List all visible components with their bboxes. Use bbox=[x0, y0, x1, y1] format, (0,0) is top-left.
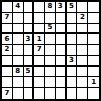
cell-r7c4-empty[interactable] bbox=[34, 67, 45, 78]
cell-r1c5-given: 8 bbox=[45, 2, 56, 13]
cell-r6c7-given: 3 bbox=[67, 56, 78, 67]
cell-r7c9-empty[interactable] bbox=[88, 67, 99, 78]
cell-r7c5-empty[interactable] bbox=[45, 67, 56, 78]
cell-r2c2-empty[interactable] bbox=[13, 13, 24, 24]
cell-r4c1-given: 6 bbox=[2, 34, 13, 45]
cell-r5c5-empty[interactable] bbox=[45, 45, 56, 56]
cell-r6c6-empty[interactable] bbox=[56, 56, 67, 67]
cell-r4c4-given: 1 bbox=[34, 34, 45, 45]
cell-r5c1-given: 2 bbox=[2, 45, 13, 56]
cell-r5c9-empty[interactable] bbox=[88, 45, 99, 56]
cell-r2c1-given: 7 bbox=[2, 13, 13, 24]
cell-r4c2-empty[interactable] bbox=[13, 34, 24, 45]
cell-r8c1-empty[interactable] bbox=[2, 77, 13, 88]
cell-r4c9-empty[interactable] bbox=[88, 34, 99, 45]
cell-r1c9-empty[interactable] bbox=[88, 2, 99, 13]
cell-r3c6-empty[interactable] bbox=[56, 24, 67, 35]
cell-r9c2-empty[interactable] bbox=[13, 88, 24, 99]
cell-r8c6-empty[interactable] bbox=[56, 77, 67, 88]
cell-r7c6-empty[interactable] bbox=[56, 67, 67, 78]
cell-r5c2-empty[interactable] bbox=[13, 45, 24, 56]
cell-r9c8-empty[interactable] bbox=[77, 88, 88, 99]
cell-r3c2-empty[interactable] bbox=[13, 24, 24, 35]
sudoku-board: 48357256312738517 bbox=[0, 0, 101, 101]
cell-r6c1-empty[interactable] bbox=[2, 56, 13, 67]
cell-r5c3-empty[interactable] bbox=[24, 45, 35, 56]
cell-r4c3-given: 3 bbox=[24, 34, 35, 45]
cell-r5c8-empty[interactable] bbox=[77, 45, 88, 56]
cell-r9c9-empty[interactable] bbox=[88, 88, 99, 99]
cell-r3c7-empty[interactable] bbox=[67, 24, 78, 35]
cell-r3c3-empty[interactable] bbox=[24, 24, 35, 35]
cell-r6c5-empty[interactable] bbox=[45, 56, 56, 67]
cell-r5c6-empty[interactable] bbox=[56, 45, 67, 56]
cell-r8c2-empty[interactable] bbox=[13, 77, 24, 88]
cell-r7c1-empty[interactable] bbox=[2, 67, 13, 78]
cell-r3c4-empty[interactable] bbox=[34, 24, 45, 35]
cell-r2c5-empty[interactable] bbox=[45, 13, 56, 24]
cell-r9c1-given: 7 bbox=[2, 88, 13, 99]
cell-r6c4-empty[interactable] bbox=[34, 56, 45, 67]
cell-r1c7-given: 5 bbox=[67, 2, 78, 13]
cell-r4c5-empty[interactable] bbox=[45, 34, 56, 45]
cell-r2c3-empty[interactable] bbox=[24, 13, 35, 24]
cell-r6c8-empty[interactable] bbox=[77, 56, 88, 67]
cell-r1c2-given: 4 bbox=[13, 2, 24, 13]
cell-r2c7-empty[interactable] bbox=[67, 13, 78, 24]
cell-r7c3-given: 5 bbox=[24, 67, 35, 78]
cell-r6c2-empty[interactable] bbox=[13, 56, 24, 67]
cell-r7c2-given: 8 bbox=[13, 67, 24, 78]
cell-r1c8-empty[interactable] bbox=[77, 2, 88, 13]
cell-r3c8-empty[interactable] bbox=[77, 24, 88, 35]
cell-r8c5-empty[interactable] bbox=[45, 77, 56, 88]
cell-r2c4-empty[interactable] bbox=[34, 13, 45, 24]
cell-r6c9-empty[interactable] bbox=[88, 56, 99, 67]
cell-r8c8-empty[interactable] bbox=[77, 77, 88, 88]
cell-r2c8-given: 2 bbox=[77, 13, 88, 24]
cell-r2c9-empty[interactable] bbox=[88, 13, 99, 24]
cell-r8c4-empty[interactable] bbox=[34, 77, 45, 88]
cell-r1c1-empty[interactable] bbox=[2, 2, 13, 13]
cell-r6c3-empty[interactable] bbox=[24, 56, 35, 67]
cell-r4c8-empty[interactable] bbox=[77, 34, 88, 45]
cell-r3c9-empty[interactable] bbox=[88, 24, 99, 35]
cell-r8c9-given: 1 bbox=[88, 77, 99, 88]
cell-r5c4-given: 7 bbox=[34, 45, 45, 56]
cell-r9c7-empty[interactable] bbox=[67, 88, 78, 99]
cell-r1c4-empty[interactable] bbox=[34, 2, 45, 13]
cell-r8c3-empty[interactable] bbox=[24, 77, 35, 88]
cell-r5c7-empty[interactable] bbox=[67, 45, 78, 56]
cell-r3c5-given: 5 bbox=[45, 24, 56, 35]
cell-r2c6-empty[interactable] bbox=[56, 13, 67, 24]
cell-r7c8-empty[interactable] bbox=[77, 67, 88, 78]
cell-r1c3-empty[interactable] bbox=[24, 2, 35, 13]
cell-r1c6-given: 3 bbox=[56, 2, 67, 13]
cell-r9c4-empty[interactable] bbox=[34, 88, 45, 99]
cell-r9c6-empty[interactable] bbox=[56, 88, 67, 99]
cell-r9c5-empty[interactable] bbox=[45, 88, 56, 99]
cell-r4c7-empty[interactable] bbox=[67, 34, 78, 45]
cell-r4c6-empty[interactable] bbox=[56, 34, 67, 45]
cell-r8c7-empty[interactable] bbox=[67, 77, 78, 88]
cell-r3c1-empty[interactable] bbox=[2, 24, 13, 35]
cell-r9c3-empty[interactable] bbox=[24, 88, 35, 99]
cell-r7c7-empty[interactable] bbox=[67, 67, 78, 78]
